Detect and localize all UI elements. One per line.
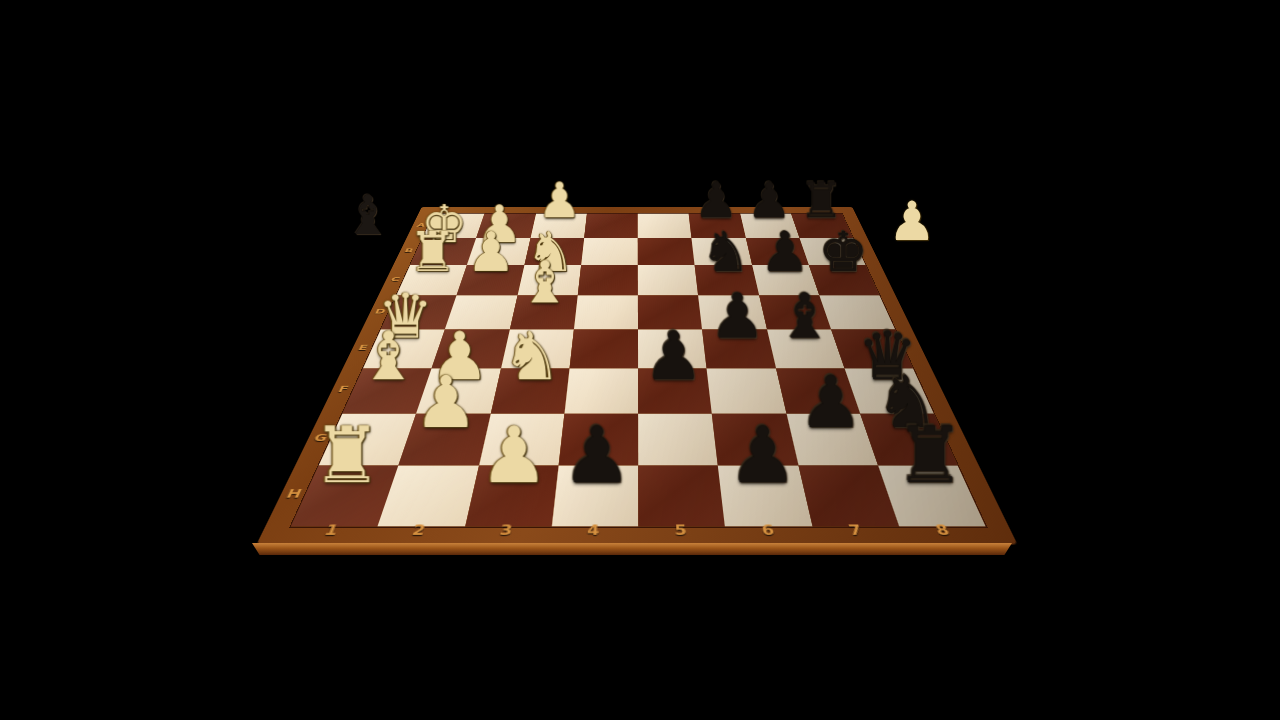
black-pawn-f5[interactable]: ♟	[638, 301, 709, 390]
black-pawn-e6[interactable]: ♟	[705, 266, 771, 349]
square-h5[interactable]	[638, 465, 725, 526]
square-c5[interactable]	[638, 265, 698, 295]
square-e4[interactable]	[569, 330, 638, 369]
black-rook-h8[interactable]: ♜	[888, 391, 971, 495]
square-a5[interactable]	[638, 214, 692, 238]
captured-white-pawn: ♟	[877, 194, 947, 250]
chess-board[interactable]: ♚♜♛♝♜♟♟♟♟♟♞♝♞♟♟♟♟♞♟♟♟♟♝♟♜♚♛♞♜	[289, 213, 987, 527]
board-frame: ♚♜♛♝♜♟♟♟♟♟♞♝♞♟♟♟♟♞♟♟♟♟♝♟♜♚♛♞♜ ABCDEFGH12…	[256, 207, 1017, 544]
square-g5[interactable]	[638, 413, 718, 465]
white-rook-h1[interactable]: ♜	[305, 391, 388, 495]
white-knight-f3[interactable]: ♞	[496, 301, 567, 390]
black-bishop-e7[interactable]: ♝	[771, 266, 837, 349]
square-b4[interactable]	[581, 238, 638, 265]
white-pawn-c2[interactable]: ♟	[462, 207, 521, 280]
black-pawn-h6[interactable]: ♟	[722, 391, 805, 495]
white-pawn-h3[interactable]: ♟	[472, 391, 555, 495]
square-a4[interactable]	[584, 214, 638, 238]
captured-black-bishop: ♝	[333, 188, 403, 244]
chess-app-window: ♚♜♛♝♜♟♟♟♟♟♞♝♞♟♟♟♟♞♟♟♟♟♝♟♜♚♛♞♜ ABCDEFGH12…	[0, 0, 1280, 720]
board-front-edge	[252, 543, 1012, 555]
square-c4[interactable]	[578, 265, 638, 295]
black-pawn-h4[interactable]: ♟	[555, 391, 638, 495]
square-d4[interactable]	[574, 295, 638, 329]
square-b5[interactable]	[638, 238, 695, 265]
